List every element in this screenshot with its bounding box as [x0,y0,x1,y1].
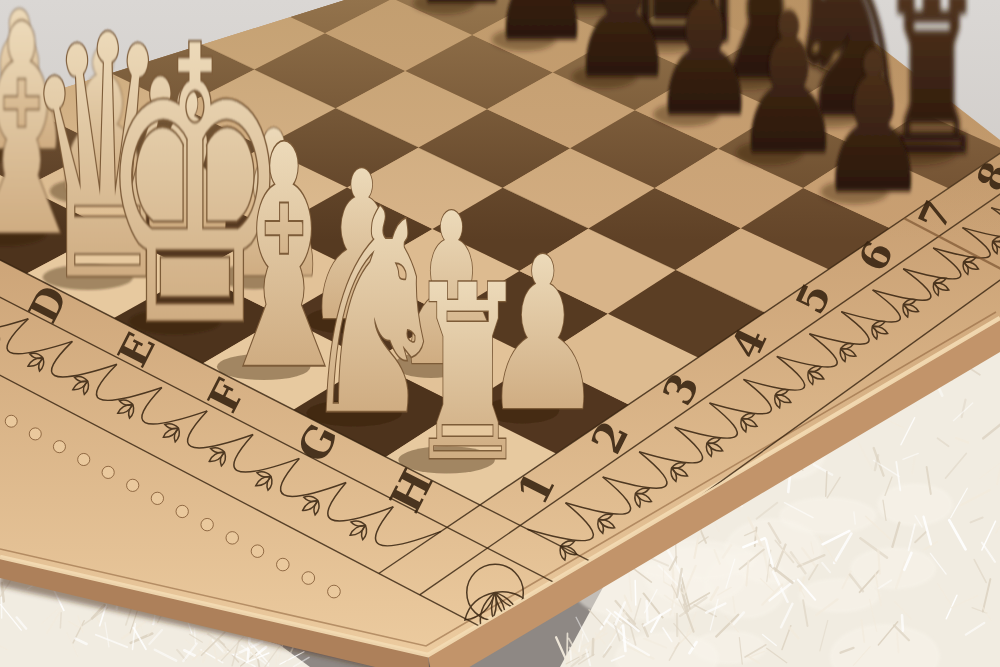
chessboard-photo: Carved wooden chess set on a white fur r… [0,0,1000,667]
piece-white-rook-h1[interactable]: ♜ [407,233,528,514]
scene: Carved wooden chess set on a white fur r… [0,0,1000,667]
piece-black-pawn-h7[interactable]: ♟ [818,10,929,235]
